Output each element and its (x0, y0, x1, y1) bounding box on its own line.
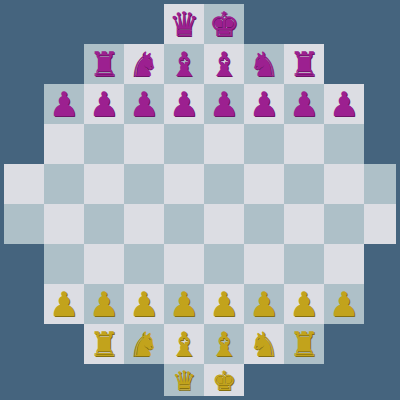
off-board-area (4, 364, 44, 396)
square-3-2[interactable] (84, 124, 124, 164)
square-5-9[interactable] (364, 204, 396, 244)
square-4-4[interactable] (164, 164, 204, 204)
yellow-bishop-piece: ♝ (209, 327, 239, 361)
yellow-pawn-piece: ♟ (289, 287, 319, 321)
square-5-5[interactable] (204, 204, 244, 244)
magenta-queen-piece: ♛ (169, 7, 199, 41)
off-board-area (284, 4, 324, 44)
magenta-rook-piece: ♜ (289, 47, 319, 81)
chessboard: ♛♚♜♞♝♝♞♜♟♟♟♟♟♟♟♟♟♟♟♟♟♟♟♟♜♞♝♝♞♜♛♚ (4, 4, 396, 396)
magenta-rook-piece: ♜ (89, 47, 119, 81)
square-2-3[interactable]: ♟ (124, 84, 164, 124)
square-8-2[interactable]: ♜ (84, 324, 124, 364)
square-0-5[interactable]: ♚ (204, 4, 244, 44)
yellow-rook-piece: ♜ (89, 327, 119, 361)
square-4-8[interactable] (324, 164, 364, 204)
magenta-pawn-piece: ♟ (329, 87, 359, 121)
square-4-6[interactable] (244, 164, 284, 204)
magenta-pawn-piece: ♟ (89, 87, 119, 121)
square-5-6[interactable] (244, 204, 284, 244)
square-1-3[interactable]: ♞ (124, 44, 164, 84)
magenta-bishop-piece: ♝ (169, 47, 199, 81)
off-board-area (124, 364, 164, 396)
off-board-area (324, 44, 364, 84)
off-board-area (44, 44, 84, 84)
square-1-4[interactable]: ♝ (164, 44, 204, 84)
magenta-pawn-piece: ♟ (249, 87, 279, 121)
off-board-area (364, 4, 396, 44)
square-8-4[interactable]: ♝ (164, 324, 204, 364)
square-7-3[interactable]: ♟ (124, 284, 164, 324)
square-3-3[interactable] (124, 124, 164, 164)
off-board-area (364, 124, 396, 164)
square-5-0[interactable] (4, 204, 44, 244)
off-board-area (84, 4, 124, 44)
square-6-3[interactable] (124, 244, 164, 284)
magenta-pawn-piece: ♟ (209, 87, 239, 121)
off-board-area (44, 4, 84, 44)
square-8-5[interactable]: ♝ (204, 324, 244, 364)
yellow-pawn-piece: ♟ (49, 287, 79, 321)
square-6-6[interactable] (244, 244, 284, 284)
off-board-area (244, 4, 284, 44)
yellow-pawn-piece: ♟ (89, 287, 119, 321)
square-2-5[interactable]: ♟ (204, 84, 244, 124)
square-3-6[interactable] (244, 124, 284, 164)
square-8-6[interactable]: ♞ (244, 324, 284, 364)
off-board-area (364, 84, 396, 124)
square-0-4[interactable]: ♛ (164, 4, 204, 44)
square-4-7[interactable] (284, 164, 324, 204)
off-board-area (4, 84, 44, 124)
square-3-1[interactable] (44, 124, 84, 164)
off-board-area (4, 44, 44, 84)
magenta-king-piece: ♚ (209, 7, 239, 41)
square-2-6[interactable]: ♟ (244, 84, 284, 124)
square-1-2[interactable]: ♜ (84, 44, 124, 84)
off-board-area (44, 324, 84, 364)
square-4-0[interactable] (4, 164, 44, 204)
off-board-area (364, 284, 396, 324)
square-8-7[interactable]: ♜ (284, 324, 324, 364)
square-5-2[interactable] (84, 204, 124, 244)
square-8-3[interactable]: ♞ (124, 324, 164, 364)
off-board-area (324, 324, 364, 364)
off-board-area (44, 364, 84, 396)
magenta-knight-piece: ♞ (249, 47, 279, 81)
yellow-knight-piece: ♞ (129, 327, 159, 361)
square-5-1[interactable] (44, 204, 84, 244)
off-board-area (124, 4, 164, 44)
off-board-area (4, 284, 44, 324)
off-board-area (364, 324, 396, 364)
off-board-area (4, 4, 44, 44)
square-4-5[interactable] (204, 164, 244, 204)
square-7-2[interactable]: ♟ (84, 284, 124, 324)
square-6-1[interactable] (44, 244, 84, 284)
square-5-3[interactable] (124, 204, 164, 244)
yellow-pawn-piece: ♟ (329, 287, 359, 321)
square-6-5[interactable] (204, 244, 244, 284)
yellow-pawn-piece: ♟ (129, 287, 159, 321)
square-7-8[interactable]: ♟ (324, 284, 364, 324)
off-board-area (364, 244, 396, 284)
game-window: ♛♚♜♞♝♝♞♜♟♟♟♟♟♟♟♟♟♟♟♟♟♟♟♟♜♞♝♝♞♜♛♚ (0, 0, 400, 400)
square-9-5[interactable]: ♚ (204, 364, 244, 396)
square-7-1[interactable]: ♟ (44, 284, 84, 324)
square-1-7[interactable]: ♜ (284, 44, 324, 84)
off-board-area (4, 244, 44, 284)
square-7-5[interactable]: ♟ (204, 284, 244, 324)
yellow-knight-piece: ♞ (249, 327, 279, 361)
square-2-8[interactable]: ♟ (324, 84, 364, 124)
square-5-7[interactable] (284, 204, 324, 244)
yellow-rook-piece: ♜ (289, 327, 319, 361)
off-board-area (324, 4, 364, 44)
off-board-area (364, 364, 396, 396)
square-2-2[interactable]: ♟ (84, 84, 124, 124)
yellow-king-piece: ♚ (212, 367, 236, 394)
yellow-pawn-piece: ♟ (209, 287, 239, 321)
magenta-pawn-piece: ♟ (169, 87, 199, 121)
square-4-9[interactable] (364, 164, 396, 204)
square-2-4[interactable]: ♟ (164, 84, 204, 124)
square-3-4[interactable] (164, 124, 204, 164)
square-4-1[interactable] (44, 164, 84, 204)
square-3-8[interactable] (324, 124, 364, 164)
magenta-pawn-piece: ♟ (289, 87, 319, 121)
square-7-7[interactable]: ♟ (284, 284, 324, 324)
yellow-bishop-piece: ♝ (169, 327, 199, 361)
yellow-pawn-piece: ♟ (249, 287, 279, 321)
square-4-2[interactable] (84, 164, 124, 204)
square-5-4[interactable] (164, 204, 204, 244)
off-board-area (284, 364, 324, 396)
square-1-6[interactable]: ♞ (244, 44, 284, 84)
square-6-7[interactable] (284, 244, 324, 284)
square-4-3[interactable] (124, 164, 164, 204)
square-6-4[interactable] (164, 244, 204, 284)
square-3-5[interactable] (204, 124, 244, 164)
off-board-area (84, 364, 124, 396)
off-board-area (244, 364, 284, 396)
yellow-pawn-piece: ♟ (169, 287, 199, 321)
off-board-area (324, 364, 364, 396)
square-2-7[interactable]: ♟ (284, 84, 324, 124)
square-5-8[interactable] (324, 204, 364, 244)
square-6-8[interactable] (324, 244, 364, 284)
magenta-bishop-piece: ♝ (209, 47, 239, 81)
square-7-6[interactable]: ♟ (244, 284, 284, 324)
square-1-5[interactable]: ♝ (204, 44, 244, 84)
square-3-7[interactable] (284, 124, 324, 164)
square-2-1[interactable]: ♟ (44, 84, 84, 124)
square-9-4[interactable]: ♛ (164, 364, 204, 396)
square-7-4[interactable]: ♟ (164, 284, 204, 324)
off-board-area (364, 44, 396, 84)
off-board-area (4, 324, 44, 364)
yellow-queen-piece: ♛ (172, 367, 196, 394)
square-6-2[interactable] (84, 244, 124, 284)
off-board-area (4, 124, 44, 164)
magenta-pawn-piece: ♟ (49, 87, 79, 121)
magenta-knight-piece: ♞ (129, 47, 159, 81)
magenta-pawn-piece: ♟ (129, 87, 159, 121)
